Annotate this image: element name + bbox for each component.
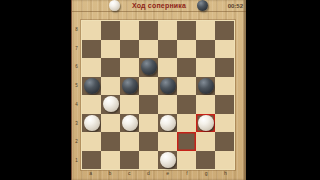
square-f2[interactable] xyxy=(177,132,196,151)
square-g7[interactable] xyxy=(196,40,215,59)
white-man-e3[interactable] xyxy=(160,115,176,131)
square-a6[interactable] xyxy=(82,58,101,77)
rank-label-5: 5 xyxy=(72,76,81,95)
square-h1[interactable] xyxy=(215,151,234,170)
square-a2[interactable] xyxy=(82,132,101,151)
square-d6[interactable] xyxy=(139,58,158,77)
square-f7[interactable] xyxy=(177,40,196,59)
rank-label-4: 4 xyxy=(72,95,81,114)
square-c7[interactable] xyxy=(120,40,139,59)
file-labels: abcdefgh xyxy=(81,170,235,179)
board xyxy=(81,20,235,170)
board-grid xyxy=(82,21,234,169)
square-c1[interactable] xyxy=(120,151,139,170)
square-b3[interactable] xyxy=(101,114,120,133)
file-label-e: e xyxy=(158,170,177,179)
rank-label-1: 1 xyxy=(72,151,81,170)
square-d3[interactable] xyxy=(139,114,158,133)
file-label-h: h xyxy=(216,170,235,179)
square-a4[interactable] xyxy=(82,95,101,114)
square-e1[interactable] xyxy=(158,151,177,170)
square-d4[interactable] xyxy=(139,95,158,114)
square-b1[interactable] xyxy=(101,151,120,170)
square-b5[interactable] xyxy=(101,77,120,96)
file-label-g: g xyxy=(197,170,216,179)
square-d2[interactable] xyxy=(139,132,158,151)
square-h3[interactable] xyxy=(215,114,234,133)
square-g4[interactable] xyxy=(196,95,215,114)
file-label-f: f xyxy=(177,170,196,179)
square-b2[interactable] xyxy=(101,132,120,151)
square-h2[interactable] xyxy=(215,132,234,151)
square-f6[interactable] xyxy=(177,58,196,77)
white-man-e1[interactable] xyxy=(160,152,176,168)
square-a3[interactable] xyxy=(82,114,101,133)
rank-labels: 87654321 xyxy=(72,20,81,170)
square-a1[interactable] xyxy=(82,151,101,170)
black-man-e5[interactable] xyxy=(160,78,176,94)
screen: Ход соперника 00:52 87654321 abcdefgh xyxy=(0,0,320,180)
file-label-d: d xyxy=(139,170,158,179)
square-e7[interactable] xyxy=(158,40,177,59)
rank-label-3: 3 xyxy=(72,114,81,133)
square-b8[interactable] xyxy=(101,21,120,40)
square-e8[interactable] xyxy=(158,21,177,40)
game-timer: 00:52 xyxy=(228,3,243,9)
square-h4[interactable] xyxy=(215,95,234,114)
square-c2[interactable] xyxy=(120,132,139,151)
white-man-b4[interactable] xyxy=(103,96,119,112)
square-d1[interactable] xyxy=(139,151,158,170)
square-g1[interactable] xyxy=(196,151,215,170)
square-f1[interactable] xyxy=(177,151,196,170)
square-c6[interactable] xyxy=(120,58,139,77)
black-man-g5[interactable] xyxy=(198,78,214,94)
black-man-c5[interactable] xyxy=(122,78,138,94)
square-g6[interactable] xyxy=(196,58,215,77)
square-a5[interactable] xyxy=(82,77,101,96)
square-b4[interactable] xyxy=(101,95,120,114)
square-e5[interactable] xyxy=(158,77,177,96)
file-label-a: a xyxy=(81,170,100,179)
square-d7[interactable] xyxy=(139,40,158,59)
square-c8[interactable] xyxy=(120,21,139,40)
rank-label-2: 2 xyxy=(72,133,81,152)
square-e6[interactable] xyxy=(158,58,177,77)
square-g3[interactable] xyxy=(196,114,215,133)
square-h7[interactable] xyxy=(215,40,234,59)
app-window: Ход соперника 00:52 87654321 abcdefgh xyxy=(71,0,246,180)
square-b6[interactable] xyxy=(101,58,120,77)
rank-label-8: 8 xyxy=(72,20,81,39)
square-h5[interactable] xyxy=(215,77,234,96)
square-e3[interactable] xyxy=(158,114,177,133)
square-d5[interactable] xyxy=(139,77,158,96)
square-f3[interactable] xyxy=(177,114,196,133)
square-g5[interactable] xyxy=(196,77,215,96)
square-f5[interactable] xyxy=(177,77,196,96)
file-label-c: c xyxy=(120,170,139,179)
square-c5[interactable] xyxy=(120,77,139,96)
top-bar: Ход соперника 00:52 xyxy=(72,0,246,12)
square-e2[interactable] xyxy=(158,132,177,151)
rank-label-7: 7 xyxy=(72,39,81,58)
square-d8[interactable] xyxy=(139,21,158,40)
square-c4[interactable] xyxy=(120,95,139,114)
status-text: Ход соперника xyxy=(72,2,246,9)
white-man-c3[interactable] xyxy=(122,115,138,131)
black-player-piece-icon xyxy=(197,0,208,11)
square-b7[interactable] xyxy=(101,40,120,59)
square-g2[interactable] xyxy=(196,132,215,151)
black-man-d6[interactable] xyxy=(141,59,157,75)
square-f8[interactable] xyxy=(177,21,196,40)
black-man-a5[interactable] xyxy=(84,78,100,94)
rank-label-6: 6 xyxy=(72,58,81,77)
file-label-b: b xyxy=(100,170,119,179)
square-c3[interactable] xyxy=(120,114,139,133)
square-f4[interactable] xyxy=(177,95,196,114)
square-a7[interactable] xyxy=(82,40,101,59)
square-a8[interactable] xyxy=(82,21,101,40)
square-e4[interactable] xyxy=(158,95,177,114)
square-h8[interactable] xyxy=(215,21,234,40)
white-man-a3[interactable] xyxy=(84,115,100,131)
square-g8[interactable] xyxy=(196,21,215,40)
white-man-g3[interactable] xyxy=(198,115,214,131)
square-h6[interactable] xyxy=(215,58,234,77)
